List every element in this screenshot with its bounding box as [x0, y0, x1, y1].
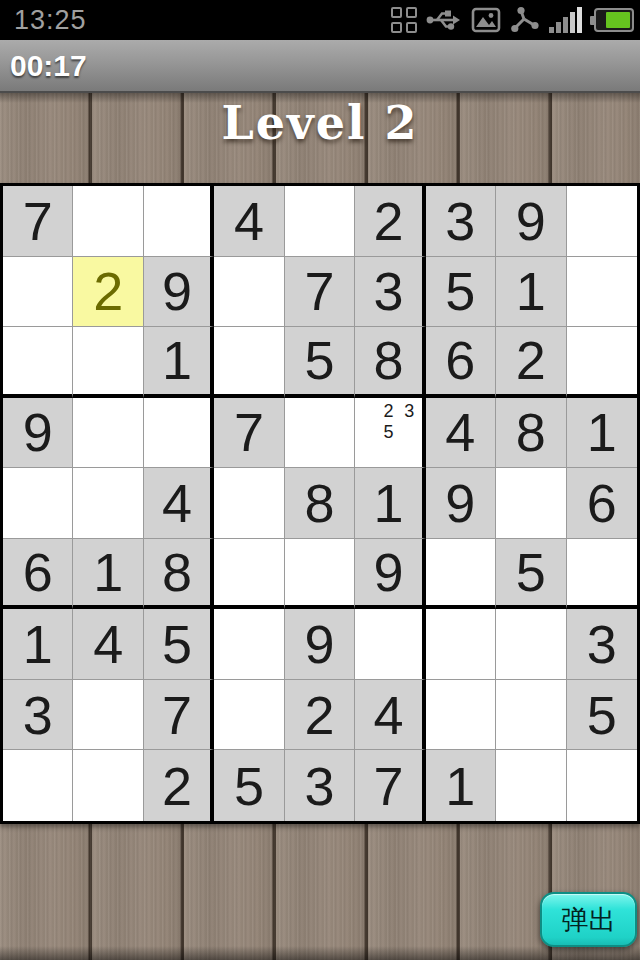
pencil-marks: 235	[357, 400, 419, 466]
cell-r1c3[interactable]	[144, 186, 214, 257]
cell-r9c3[interactable]: 2	[144, 750, 214, 821]
cell-digit: 6	[445, 333, 475, 387]
cell-r3c4[interactable]	[214, 327, 284, 398]
cell-r2c6[interactable]: 3	[355, 257, 425, 328]
cell-digit: 3	[445, 194, 475, 248]
cell-digit: 9	[162, 264, 192, 318]
share-hub-icon	[510, 6, 540, 34]
cell-r1c8[interactable]: 9	[496, 186, 566, 257]
gallery-icon	[471, 6, 501, 34]
cell-r1c4[interactable]: 4	[214, 186, 284, 257]
cell-digit: 8	[516, 405, 546, 459]
cell-digit: 3	[373, 264, 403, 318]
cell-r1c6[interactable]: 2	[355, 186, 425, 257]
cell-r6c1[interactable]: 6	[3, 539, 73, 610]
cell-r8c4[interactable]	[214, 680, 284, 751]
phone-screen: 13:25	[0, 0, 640, 960]
cell-r5c6[interactable]: 1	[355, 468, 425, 539]
cell-r5c7[interactable]: 9	[426, 468, 496, 539]
cell-r7c7[interactable]	[426, 609, 496, 680]
cell-r1c2[interactable]	[73, 186, 143, 257]
cell-r7c5[interactable]: 9	[285, 609, 355, 680]
cell-r3c1[interactable]	[3, 327, 73, 398]
cell-r3c5[interactable]: 5	[285, 327, 355, 398]
cell-digit: 9	[516, 194, 546, 248]
cell-r7c2[interactable]: 4	[73, 609, 143, 680]
cell-r6c3[interactable]: 8	[144, 539, 214, 610]
cell-digit: 5	[516, 545, 546, 599]
cell-r4c1[interactable]: 9	[3, 398, 73, 469]
cell-digit: 4	[445, 405, 475, 459]
cell-digit: 3	[587, 617, 617, 671]
cell-r7c1[interactable]: 1	[3, 609, 73, 680]
cell-digit: 9	[445, 476, 475, 530]
cell-r3c7[interactable]: 6	[426, 327, 496, 398]
cell-r3c6[interactable]: 8	[355, 327, 425, 398]
usb-icon	[426, 7, 462, 33]
cell-r8c1[interactable]: 3	[3, 680, 73, 751]
status-icons	[391, 0, 634, 40]
cell-r6c7[interactable]	[426, 539, 496, 610]
cell-digit: 2	[93, 264, 123, 318]
cell-r8c2[interactable]	[73, 680, 143, 751]
cell-digit: 2	[516, 333, 546, 387]
cell-r3c3[interactable]: 1	[144, 327, 214, 398]
timer-bar: 00:17	[0, 40, 640, 93]
cell-r3c9[interactable]	[567, 327, 637, 398]
cell-digit: 8	[162, 545, 192, 599]
cell-r9c9[interactable]	[567, 750, 637, 821]
cell-r4c4[interactable]: 7	[214, 398, 284, 469]
cell-r5c1[interactable]	[3, 468, 73, 539]
cell-r6c5[interactable]	[285, 539, 355, 610]
cell-r1c9[interactable]	[567, 186, 637, 257]
cell-digit: 4	[162, 476, 192, 530]
cell-r4c2[interactable]	[73, 398, 143, 469]
cell-r9c4[interactable]: 5	[214, 750, 284, 821]
cell-r7c9[interactable]: 3	[567, 609, 637, 680]
cell-r2c8[interactable]: 1	[496, 257, 566, 328]
cell-digit: 5	[304, 333, 334, 387]
cell-digit: 1	[373, 476, 403, 530]
apps-grid-icon	[391, 7, 417, 33]
cell-r4c7[interactable]: 4	[426, 398, 496, 469]
cell-r8c5[interactable]: 2	[285, 680, 355, 751]
cell-r7c4[interactable]	[214, 609, 284, 680]
cell-r2c9[interactable]	[567, 257, 637, 328]
cell-digit: 3	[23, 688, 53, 742]
cell-r5c3[interactable]: 4	[144, 468, 214, 539]
cell-r2c7[interactable]: 5	[426, 257, 496, 328]
clock-time: 13:25	[14, 0, 87, 40]
cell-digit: 2	[162, 759, 192, 813]
signal-bars-icon	[549, 7, 582, 33]
cell-r4c8[interactable]: 8	[496, 398, 566, 469]
cell-digit: 2	[373, 194, 403, 248]
cell-digit: 8	[373, 333, 403, 387]
cell-r5c9[interactable]: 6	[567, 468, 637, 539]
cell-r8c3[interactable]: 7	[144, 680, 214, 751]
cell-r6c2[interactable]: 1	[73, 539, 143, 610]
cell-digit: 8	[304, 476, 334, 530]
cell-digit: 9	[23, 405, 53, 459]
cell-r2c4[interactable]	[214, 257, 284, 328]
cell-r1c1[interactable]: 7	[3, 186, 73, 257]
cell-digit: 7	[23, 194, 53, 248]
cell-r7c8[interactable]	[496, 609, 566, 680]
cell-digit: 6	[587, 476, 617, 530]
sudoku-board: 7423929735115862972354814819661895145933…	[0, 183, 640, 824]
cell-r8c9[interactable]: 5	[567, 680, 637, 751]
level-title: Level 2	[0, 96, 640, 150]
cell-r9c5[interactable]: 3	[285, 750, 355, 821]
cell-digit: 3	[304, 759, 334, 813]
cell-r6c9[interactable]	[567, 539, 637, 610]
cell-r9c6[interactable]: 7	[355, 750, 425, 821]
cell-digit: 9	[373, 545, 403, 599]
cell-r5c5[interactable]: 8	[285, 468, 355, 539]
cell-digit: 4	[93, 617, 123, 671]
battery-icon	[594, 8, 634, 32]
cell-r6c6[interactable]: 9	[355, 539, 425, 610]
cell-digit: 2	[304, 688, 334, 742]
cell-r7c6[interactable]	[355, 609, 425, 680]
popup-button[interactable]: 弹出	[540, 892, 637, 947]
cell-digit: 1	[93, 545, 123, 599]
cell-r6c8[interactable]: 5	[496, 539, 566, 610]
cell-digit: 7	[234, 405, 264, 459]
cell-r2c2[interactable]: 2	[73, 257, 143, 328]
cell-digit: 5	[445, 264, 475, 318]
cell-r4c5[interactable]	[285, 398, 355, 469]
cell-r9c2[interactable]	[73, 750, 143, 821]
cell-r2c1[interactable]	[3, 257, 73, 328]
cell-digit: 9	[304, 617, 334, 671]
cell-digit: 5	[587, 688, 617, 742]
cell-r1c5[interactable]	[285, 186, 355, 257]
elapsed-timer: 00:17	[10, 40, 87, 91]
cell-r1c7[interactable]: 3	[426, 186, 496, 257]
cell-digit: 4	[234, 194, 264, 248]
cell-r4c9[interactable]: 1	[567, 398, 637, 469]
cell-r4c6[interactable]: 235	[355, 398, 425, 469]
cell-digit: 7	[373, 759, 403, 813]
cell-digit: 5	[162, 617, 192, 671]
cell-r5c8[interactable]	[496, 468, 566, 539]
status-bar: 13:25	[0, 0, 640, 40]
cell-r7c3[interactable]: 5	[144, 609, 214, 680]
cell-digit: 1	[23, 617, 53, 671]
cell-r6c4[interactable]	[214, 539, 284, 610]
cell-digit: 6	[23, 545, 53, 599]
cell-digit: 1	[516, 264, 546, 318]
cell-r2c5[interactable]: 7	[285, 257, 355, 328]
cell-r5c2[interactable]	[73, 468, 143, 539]
cell-digit: 7	[304, 264, 334, 318]
cell-r9c7[interactable]: 1	[426, 750, 496, 821]
cell-digit: 7	[162, 688, 192, 742]
cell-r9c1[interactable]	[3, 750, 73, 821]
cell-r4c3[interactable]	[144, 398, 214, 469]
cell-digit: 1	[587, 405, 617, 459]
cell-r2c3[interactable]: 9	[144, 257, 214, 328]
cell-digit: 4	[373, 688, 403, 742]
cell-r3c8[interactable]: 2	[496, 327, 566, 398]
cell-r8c8[interactable]	[496, 680, 566, 751]
cell-r3c2[interactable]	[73, 327, 143, 398]
cell-r9c8[interactable]	[496, 750, 566, 821]
cell-digit: 5	[234, 759, 264, 813]
cell-digit: 1	[445, 759, 475, 813]
cell-digit: 1	[162, 333, 192, 387]
cell-r8c7[interactable]	[426, 680, 496, 751]
cell-r8c6[interactable]: 4	[355, 680, 425, 751]
cell-r5c4[interactable]	[214, 468, 284, 539]
